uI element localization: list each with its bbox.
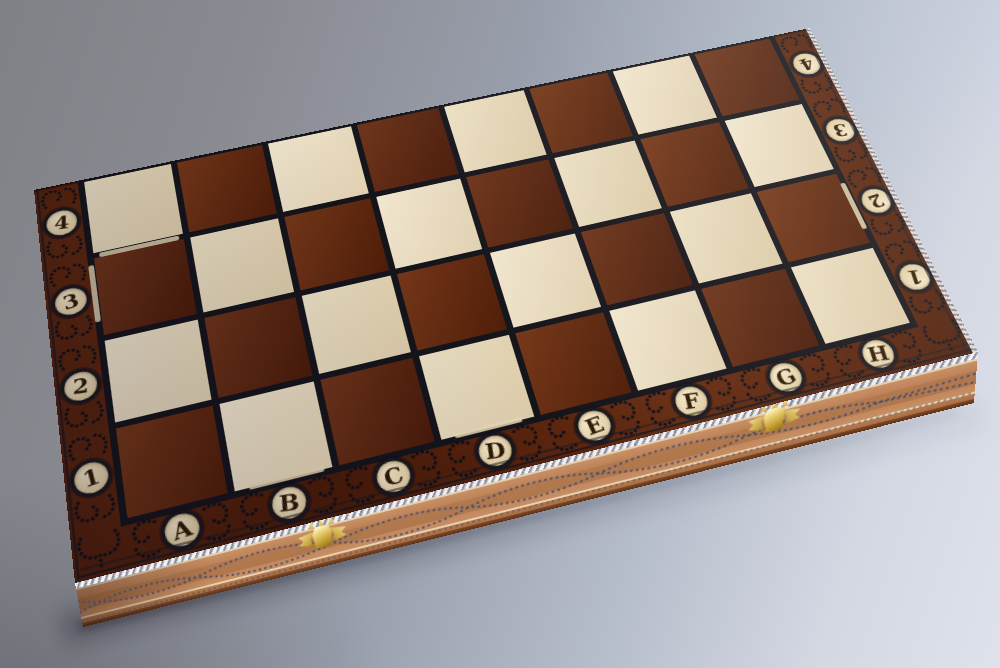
square-d2 [397, 254, 507, 351]
clasp-wing-icon [330, 524, 347, 542]
square-e2 [490, 233, 601, 328]
square-c3 [284, 198, 389, 290]
square-f4 [529, 73, 632, 153]
square-b2 [204, 297, 312, 398]
square-b4 [177, 145, 277, 232]
clasp-wing-icon [783, 406, 800, 426]
photo-scene: 4321 4321 ABCDEFGH [0, 0, 1000, 668]
square-c2 [302, 275, 411, 374]
square-b3 [190, 218, 294, 312]
square-d4 [357, 108, 459, 192]
clasp-wing-icon [298, 532, 315, 550]
clasp-body-icon [311, 523, 333, 549]
square-d3 [376, 178, 482, 268]
square-e4 [444, 90, 547, 172]
square-a2 [105, 319, 212, 423]
clasp-body-icon [763, 406, 785, 434]
square-c4 [268, 126, 369, 211]
clasp-wing-icon [748, 415, 765, 435]
square-e3 [466, 159, 573, 247]
